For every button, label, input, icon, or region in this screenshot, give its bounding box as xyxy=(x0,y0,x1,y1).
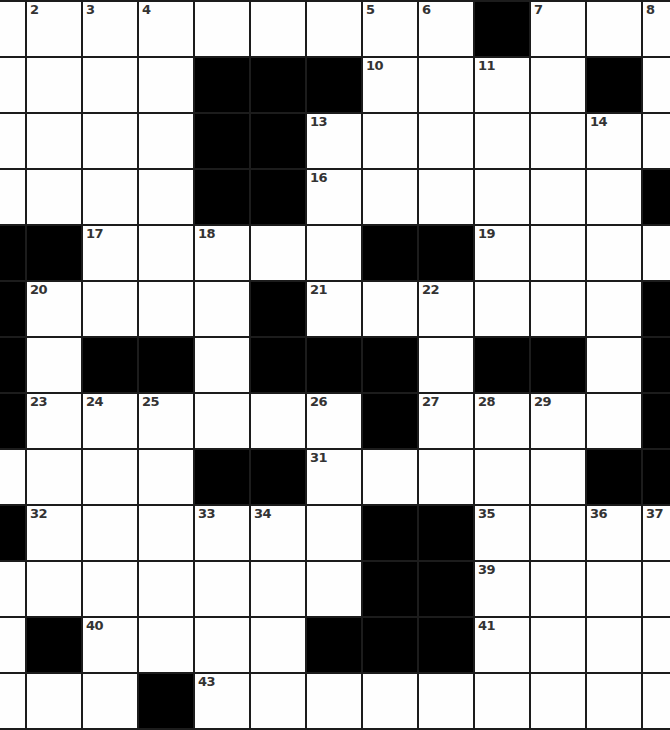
letter-cell-r8c3[interactable]: 24 xyxy=(83,394,137,448)
letter-cell-r9c10[interactable] xyxy=(475,450,529,504)
letter-cell-r8c9[interactable]: 27 xyxy=(419,394,473,448)
block-cell-r5c9 xyxy=(419,226,473,280)
letter-cell-r4c4[interactable] xyxy=(139,170,193,224)
letter-cell-r4c7[interactable]: 16 xyxy=(307,170,361,224)
letter-cell-r7c9[interactable] xyxy=(419,338,473,392)
letter-cell-r1c12[interactable] xyxy=(587,2,641,56)
letter-cell-r3c4[interactable] xyxy=(139,114,193,168)
block-cell-r2c12 xyxy=(587,58,641,112)
letter-cell-r6c9[interactable]: 22 xyxy=(419,282,473,336)
crossword-puzzle: 2345678101113141617181920212223242526272… xyxy=(0,0,670,730)
clue-number-41: 41 xyxy=(478,619,495,633)
block-cell-r11c9 xyxy=(419,562,473,616)
letter-cell-r13c5[interactable]: 43 xyxy=(195,674,249,728)
block-cell-r13c4 xyxy=(139,674,193,728)
letter-cell-r10c12[interactable]: 36 xyxy=(587,506,641,560)
letter-cell-r4c11[interactable] xyxy=(531,170,585,224)
letter-cell-r12c3[interactable]: 40 xyxy=(83,618,137,672)
clue-number-23: 23 xyxy=(30,395,47,409)
letter-cell-r4c9[interactable] xyxy=(419,170,473,224)
letter-cell-r10c7[interactable] xyxy=(307,506,361,560)
block-cell-r10c9 xyxy=(419,506,473,560)
letter-cell-r13c11[interactable] xyxy=(531,674,585,728)
letter-cell-r1c6[interactable] xyxy=(251,2,305,56)
block-cell-r8c13 xyxy=(643,394,670,448)
letter-cell-r4c3[interactable] xyxy=(83,170,137,224)
letter-cell-r13c3[interactable] xyxy=(83,674,137,728)
letter-cell-r4c2[interactable] xyxy=(27,170,81,224)
letter-cell-r10c2[interactable]: 32 xyxy=(27,506,81,560)
letter-cell-r9c9[interactable] xyxy=(419,450,473,504)
letter-cell-r6c8[interactable] xyxy=(363,282,417,336)
block-cell-r11c8 xyxy=(363,562,417,616)
letter-cell-r10c6[interactable]: 34 xyxy=(251,506,305,560)
letter-cell-r3c2[interactable] xyxy=(27,114,81,168)
letter-cell-r1c1[interactable] xyxy=(0,2,25,56)
letter-cell-r8c5[interactable] xyxy=(195,394,249,448)
clue-number-7: 7 xyxy=(534,3,543,17)
clue-number-31: 31 xyxy=(310,451,327,465)
clue-number-14: 14 xyxy=(590,115,607,129)
letter-cell-r1c4[interactable]: 4 xyxy=(139,2,193,56)
letter-cell-r11c6[interactable] xyxy=(251,562,305,616)
letter-cell-r12c11[interactable] xyxy=(531,618,585,672)
letter-cell-r11c3[interactable] xyxy=(83,562,137,616)
block-cell-r9c13 xyxy=(643,450,670,504)
block-cell-r8c1 xyxy=(0,394,25,448)
letter-cell-r6c2[interactable]: 20 xyxy=(27,282,81,336)
clue-number-26: 26 xyxy=(310,395,327,409)
letter-cell-r4c8[interactable] xyxy=(363,170,417,224)
block-cell-r6c1 xyxy=(0,282,25,336)
letter-cell-r2c9[interactable] xyxy=(419,58,473,112)
letter-cell-r9c8[interactable] xyxy=(363,450,417,504)
letter-cell-r9c1[interactable] xyxy=(0,450,25,504)
clue-number-25: 25 xyxy=(142,395,159,409)
letter-cell-r6c4[interactable] xyxy=(139,282,193,336)
letter-cell-r6c7[interactable]: 21 xyxy=(307,282,361,336)
block-cell-r7c8 xyxy=(363,338,417,392)
letter-cell-r12c13[interactable] xyxy=(643,618,670,672)
block-cell-r3c5 xyxy=(195,114,249,168)
letter-cell-r3c9[interactable] xyxy=(419,114,473,168)
clue-number-40: 40 xyxy=(86,619,103,633)
letter-cell-r1c11[interactable]: 7 xyxy=(531,2,585,56)
letter-cell-r2c2[interactable] xyxy=(27,58,81,112)
block-cell-r5c8 xyxy=(363,226,417,280)
clue-number-2: 2 xyxy=(30,3,39,17)
letter-cell-r8c4[interactable]: 25 xyxy=(139,394,193,448)
letter-cell-r13c8[interactable] xyxy=(363,674,417,728)
letter-cell-r7c5[interactable] xyxy=(195,338,249,392)
letter-cell-r13c2[interactable] xyxy=(27,674,81,728)
letter-cell-r8c10[interactable]: 28 xyxy=(475,394,529,448)
letter-cell-r11c2[interactable] xyxy=(27,562,81,616)
clue-number-20: 20 xyxy=(30,283,47,297)
block-cell-r7c4 xyxy=(139,338,193,392)
clue-number-11: 11 xyxy=(478,59,495,73)
clue-number-24: 24 xyxy=(86,395,103,409)
block-cell-r12c9 xyxy=(419,618,473,672)
letter-cell-r13c9[interactable] xyxy=(419,674,473,728)
clue-number-43: 43 xyxy=(198,675,215,689)
letter-cell-r13c6[interactable] xyxy=(251,674,305,728)
letter-cell-r12c1[interactable] xyxy=(0,618,25,672)
letter-cell-r2c4[interactable] xyxy=(139,58,193,112)
letter-cell-r5c11[interactable] xyxy=(531,226,585,280)
block-cell-r2c6 xyxy=(251,58,305,112)
block-cell-r4c5 xyxy=(195,170,249,224)
letter-cell-r8c12[interactable] xyxy=(587,394,641,448)
clue-number-37: 37 xyxy=(646,507,663,521)
clue-number-13: 13 xyxy=(310,115,327,129)
clue-number-39: 39 xyxy=(478,563,495,577)
block-cell-r8c8 xyxy=(363,394,417,448)
clue-number-3: 3 xyxy=(86,3,95,17)
block-cell-r10c1 xyxy=(0,506,25,560)
letter-cell-r4c12[interactable] xyxy=(587,170,641,224)
letter-cell-r9c3[interactable] xyxy=(83,450,137,504)
letter-cell-r12c12[interactable] xyxy=(587,618,641,672)
letter-cell-r13c13[interactable] xyxy=(643,674,670,728)
letter-cell-r8c7[interactable]: 26 xyxy=(307,394,361,448)
letter-cell-r10c13[interactable]: 37 xyxy=(643,506,670,560)
block-cell-r6c13 xyxy=(643,282,670,336)
letter-cell-r5c6[interactable] xyxy=(251,226,305,280)
letter-cell-r1c13[interactable]: 8 xyxy=(643,2,670,56)
letter-cell-r13c7[interactable] xyxy=(307,674,361,728)
block-cell-r12c7 xyxy=(307,618,361,672)
clue-number-16: 16 xyxy=(310,171,327,185)
letter-cell-r5c12[interactable] xyxy=(587,226,641,280)
letter-cell-r10c5[interactable]: 33 xyxy=(195,506,249,560)
clue-number-22: 22 xyxy=(422,283,439,297)
letter-cell-r1c7[interactable] xyxy=(307,2,361,56)
letter-cell-r1c5[interactable] xyxy=(195,2,249,56)
letter-cell-r3c8[interactable] xyxy=(363,114,417,168)
letter-cell-r8c2[interactable]: 23 xyxy=(27,394,81,448)
clue-number-6: 6 xyxy=(422,3,431,17)
block-cell-r4c13 xyxy=(643,170,670,224)
letter-cell-r10c4[interactable] xyxy=(139,506,193,560)
block-cell-r7c7 xyxy=(307,338,361,392)
block-cell-r3c6 xyxy=(251,114,305,168)
block-cell-r7c1 xyxy=(0,338,25,392)
letter-cell-r13c1[interactable] xyxy=(0,674,25,728)
letter-cell-r10c10[interactable]: 35 xyxy=(475,506,529,560)
letter-cell-r13c10[interactable] xyxy=(475,674,529,728)
letter-cell-r1c3[interactable]: 3 xyxy=(83,2,137,56)
letter-cell-r3c1[interactable] xyxy=(0,114,25,168)
letter-cell-r3c13[interactable] xyxy=(643,114,670,168)
letter-cell-r7c12[interactable] xyxy=(587,338,641,392)
block-cell-r7c11 xyxy=(531,338,585,392)
letter-cell-r9c11[interactable] xyxy=(531,450,585,504)
block-cell-r9c6 xyxy=(251,450,305,504)
letter-cell-r6c3[interactable] xyxy=(83,282,137,336)
letter-cell-r6c11[interactable] xyxy=(531,282,585,336)
letter-cell-r11c4[interactable] xyxy=(139,562,193,616)
clue-number-4: 4 xyxy=(142,3,151,17)
letter-cell-r4c10[interactable] xyxy=(475,170,529,224)
letter-cell-r12c10[interactable]: 41 xyxy=(475,618,529,672)
block-cell-r7c13 xyxy=(643,338,670,392)
block-cell-r4c6 xyxy=(251,170,305,224)
letter-cell-r7c2[interactable] xyxy=(27,338,81,392)
block-cell-r2c5 xyxy=(195,58,249,112)
block-cell-r9c12 xyxy=(587,450,641,504)
letter-cell-r5c13[interactable] xyxy=(643,226,670,280)
letter-cell-r2c11[interactable] xyxy=(531,58,585,112)
letter-cell-r11c1[interactable] xyxy=(0,562,25,616)
letter-cell-r9c4[interactable] xyxy=(139,450,193,504)
letter-cell-r10c3[interactable] xyxy=(83,506,137,560)
clue-number-35: 35 xyxy=(478,507,495,521)
letter-cell-r11c5[interactable] xyxy=(195,562,249,616)
letter-cell-r2c8[interactable]: 10 xyxy=(363,58,417,112)
letter-cell-r5c4[interactable] xyxy=(139,226,193,280)
letter-cell-r2c3[interactable] xyxy=(83,58,137,112)
letter-cell-r1c9[interactable]: 6 xyxy=(419,2,473,56)
letter-cell-r1c2[interactable]: 2 xyxy=(27,2,81,56)
letter-cell-r11c10[interactable]: 39 xyxy=(475,562,529,616)
block-cell-r9c5 xyxy=(195,450,249,504)
letter-cell-r8c6[interactable] xyxy=(251,394,305,448)
letter-cell-r13c12[interactable] xyxy=(587,674,641,728)
letter-cell-r11c13[interactable] xyxy=(643,562,670,616)
letter-cell-r12c5[interactable] xyxy=(195,618,249,672)
letter-cell-r3c11[interactable] xyxy=(531,114,585,168)
clue-number-29: 29 xyxy=(534,395,551,409)
letter-cell-r5c10[interactable]: 19 xyxy=(475,226,529,280)
letter-cell-r9c7[interactable]: 31 xyxy=(307,450,361,504)
letter-cell-r3c12[interactable]: 14 xyxy=(587,114,641,168)
clue-number-21: 21 xyxy=(310,283,327,297)
letter-cell-r3c10[interactable] xyxy=(475,114,529,168)
letter-cell-r6c12[interactable] xyxy=(587,282,641,336)
letter-cell-r9c2[interactable] xyxy=(27,450,81,504)
clue-number-34: 34 xyxy=(254,507,271,521)
letter-cell-r2c1[interactable] xyxy=(0,58,25,112)
letter-cell-r8c11[interactable]: 29 xyxy=(531,394,585,448)
letter-cell-r6c5[interactable] xyxy=(195,282,249,336)
block-cell-r12c8 xyxy=(363,618,417,672)
letter-cell-r12c6[interactable] xyxy=(251,618,305,672)
block-cell-r7c3 xyxy=(83,338,137,392)
clue-number-28: 28 xyxy=(478,395,495,409)
block-cell-r7c6 xyxy=(251,338,305,392)
block-cell-r10c8 xyxy=(363,506,417,560)
letter-cell-r10c11[interactable] xyxy=(531,506,585,560)
block-cell-r7c10 xyxy=(475,338,529,392)
clue-number-5: 5 xyxy=(366,3,375,17)
letter-cell-r5c5[interactable]: 18 xyxy=(195,226,249,280)
letter-cell-r2c10[interactable]: 11 xyxy=(475,58,529,112)
clue-number-18: 18 xyxy=(198,227,215,241)
letter-cell-r12c4[interactable] xyxy=(139,618,193,672)
letter-cell-r11c11[interactable] xyxy=(531,562,585,616)
letter-cell-r11c7[interactable] xyxy=(307,562,361,616)
block-cell-r6c6 xyxy=(251,282,305,336)
letter-cell-r5c7[interactable] xyxy=(307,226,361,280)
clue-number-17: 17 xyxy=(86,227,103,241)
clue-number-32: 32 xyxy=(30,507,47,521)
clue-number-33: 33 xyxy=(198,507,215,521)
letter-cell-r3c3[interactable] xyxy=(83,114,137,168)
letter-cell-r3c7[interactable]: 13 xyxy=(307,114,361,168)
block-cell-r1c10 xyxy=(475,2,529,56)
letter-cell-r6c10[interactable] xyxy=(475,282,529,336)
letter-cell-r4c1[interactable] xyxy=(0,170,25,224)
clue-number-36: 36 xyxy=(590,507,607,521)
block-cell-r12c2 xyxy=(27,618,81,672)
letter-cell-r2c13[interactable] xyxy=(643,58,670,112)
letter-cell-r11c12[interactable] xyxy=(587,562,641,616)
block-cell-r2c7 xyxy=(307,58,361,112)
block-cell-r5c1 xyxy=(0,226,25,280)
letter-cell-r5c3[interactable]: 17 xyxy=(83,226,137,280)
clue-number-8: 8 xyxy=(646,3,655,17)
clue-number-19: 19 xyxy=(478,227,495,241)
clue-number-10: 10 xyxy=(366,59,383,73)
crossword-grid: 2345678101113141617181920212223242526272… xyxy=(0,0,670,730)
clue-number-27: 27 xyxy=(422,395,439,409)
letter-cell-r1c8[interactable]: 5 xyxy=(363,2,417,56)
block-cell-r5c2 xyxy=(27,226,81,280)
